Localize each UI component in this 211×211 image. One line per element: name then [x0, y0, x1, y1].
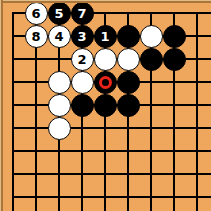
move-number: 6 [31, 7, 40, 20]
stone-black-move-3: 3 [71, 25, 94, 48]
stone-white-move-2: 2 [71, 48, 94, 71]
stone-white [117, 48, 140, 71]
stone-black-move-5: 5 [48, 2, 71, 25]
move-number: 8 [31, 30, 40, 43]
stone-black [117, 25, 140, 48]
red-circle-marker [99, 76, 112, 89]
stone-black [163, 25, 186, 48]
stone-white [48, 71, 71, 94]
stone-black-move-1: 1 [94, 25, 117, 48]
stone-black [117, 71, 140, 94]
stone-black-move-7: 7 [71, 2, 94, 25]
stone-black [140, 48, 163, 71]
stone-black [117, 94, 140, 117]
stone-white-move-6: 6 [25, 2, 48, 25]
move-number: 2 [77, 53, 86, 66]
stone-white [48, 117, 71, 140]
stone-black [94, 94, 117, 117]
move-number: 5 [54, 7, 63, 20]
move-number: 1 [100, 30, 109, 43]
stone-white-move-4: 4 [48, 25, 71, 48]
stone-white [140, 25, 163, 48]
go-board-diagram: 65784312 [0, 0, 211, 211]
board-top-edge [0, 0, 211, 3]
stones-layer: 65784312 [0, 0, 211, 211]
stone-white [48, 94, 71, 117]
stone-black [71, 94, 94, 117]
stone-black [94, 71, 117, 94]
stone-white [94, 48, 117, 71]
stone-white [71, 71, 94, 94]
board-left-edge [0, 0, 3, 211]
move-number: 4 [54, 30, 63, 43]
move-number: 7 [77, 7, 86, 20]
stone-white-move-8: 8 [25, 25, 48, 48]
move-number: 3 [77, 30, 86, 43]
stone-black [163, 48, 186, 71]
